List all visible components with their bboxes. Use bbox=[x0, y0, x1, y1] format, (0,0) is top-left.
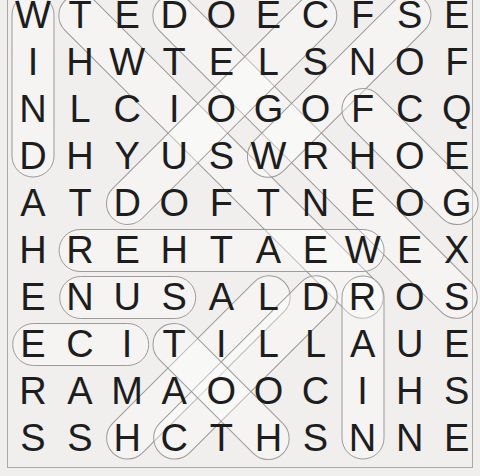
grid-cell-r1c8[interactable]: F bbox=[339, 0, 386, 39]
grid-cell-r10c6[interactable]: H bbox=[245, 415, 292, 462]
grid-cell-r2c1[interactable]: I bbox=[9, 39, 56, 86]
grid-cell-r8c3[interactable]: I bbox=[104, 321, 151, 368]
grid-cell-r5c2[interactable]: T bbox=[56, 180, 103, 227]
grid-cell-r2c10[interactable]: F bbox=[433, 39, 480, 86]
grid-cell-r6c7[interactable]: E bbox=[292, 227, 339, 274]
grid-cell-r9c7[interactable]: C bbox=[292, 368, 339, 415]
grid-cell-r3c9[interactable]: C bbox=[386, 86, 433, 133]
grid-cell-r4c2[interactable]: H bbox=[56, 133, 103, 180]
grid-cell-r5c6[interactable]: T bbox=[245, 180, 292, 227]
grid-cell-r4c5[interactable]: S bbox=[198, 133, 245, 180]
grid-cell-r10c7[interactable]: S bbox=[292, 415, 339, 462]
grid-cell-r3c7[interactable]: O bbox=[292, 86, 339, 133]
grid-cell-r3c4[interactable]: I bbox=[151, 86, 198, 133]
grid-cell-r10c3[interactable]: H bbox=[104, 415, 151, 462]
grid-cell-r9c9[interactable]: H bbox=[386, 368, 433, 415]
grid-cell-r3c1[interactable]: N bbox=[9, 86, 56, 133]
grid-cell-r8c6[interactable]: L bbox=[245, 321, 292, 368]
letter-grid: WTEDOECFSEIHWTELSNOFNLCIOGOFCQDHYUSWRHOE… bbox=[9, 0, 480, 462]
grid-cell-r5c5[interactable]: F bbox=[198, 180, 245, 227]
grid-cell-r7c7[interactable]: D bbox=[292, 274, 339, 321]
grid-cell-r8c1[interactable]: E bbox=[9, 321, 56, 368]
grid-cell-r5c1[interactable]: A bbox=[9, 180, 56, 227]
grid-cell-r2c6[interactable]: L bbox=[245, 39, 292, 86]
grid-cell-r7c10[interactable]: S bbox=[433, 274, 480, 321]
grid-cell-r4c1[interactable]: D bbox=[9, 133, 56, 180]
grid-cell-r10c2[interactable]: S bbox=[56, 415, 103, 462]
grid-cell-r5c3[interactable]: D bbox=[104, 180, 151, 227]
grid-cell-r5c10[interactable]: G bbox=[433, 180, 480, 227]
grid-cell-r9c3[interactable]: M bbox=[104, 368, 151, 415]
grid-cell-r6c10[interactable]: X bbox=[433, 227, 480, 274]
grid-cell-r1c6[interactable]: E bbox=[245, 0, 292, 39]
grid-cell-r3c2[interactable]: L bbox=[56, 86, 103, 133]
grid-cell-r6c9[interactable]: E bbox=[386, 227, 433, 274]
grid-cell-r9c10[interactable]: S bbox=[433, 368, 480, 415]
grid-cell-r6c4[interactable]: H bbox=[151, 227, 198, 274]
grid-cell-r4c7[interactable]: R bbox=[292, 133, 339, 180]
grid-cell-r9c6[interactable]: O bbox=[245, 368, 292, 415]
grid-cell-r7c6[interactable]: L bbox=[245, 274, 292, 321]
grid-cell-r7c5[interactable]: A bbox=[198, 274, 245, 321]
grid-cell-r5c9[interactable]: O bbox=[386, 180, 433, 227]
grid-cell-r1c4[interactable]: D bbox=[151, 0, 198, 39]
grid-cell-r7c9[interactable]: O bbox=[386, 274, 433, 321]
grid-cell-r8c5[interactable]: I bbox=[198, 321, 245, 368]
grid-cell-r4c9[interactable]: O bbox=[386, 133, 433, 180]
grid-cell-r2c2[interactable]: H bbox=[56, 39, 103, 86]
grid-cell-r1c3[interactable]: E bbox=[104, 0, 151, 39]
grid-cell-r6c1[interactable]: H bbox=[9, 227, 56, 274]
grid-cell-r2c3[interactable]: W bbox=[104, 39, 151, 86]
grid-cell-r1c1[interactable]: W bbox=[9, 0, 56, 39]
grid-cell-r8c8[interactable]: A bbox=[339, 321, 386, 368]
grid-cell-r4c3[interactable]: Y bbox=[104, 133, 151, 180]
grid-cell-r10c5[interactable]: T bbox=[198, 415, 245, 462]
grid-cell-r5c7[interactable]: N bbox=[292, 180, 339, 227]
grid-cell-r8c4[interactable]: T bbox=[151, 321, 198, 368]
grid-cell-r5c8[interactable]: E bbox=[339, 180, 386, 227]
grid-cell-r9c1[interactable]: R bbox=[9, 368, 56, 415]
grid-cell-r2c9[interactable]: O bbox=[386, 39, 433, 86]
grid-cell-r3c6[interactable]: G bbox=[245, 86, 292, 133]
grid-cell-r9c8[interactable]: I bbox=[339, 368, 386, 415]
grid-cell-r3c3[interactable]: C bbox=[104, 86, 151, 133]
grid-cell-r6c8[interactable]: W bbox=[339, 227, 386, 274]
grid-cell-r3c8[interactable]: F bbox=[339, 86, 386, 133]
grid-cell-r4c4[interactable]: U bbox=[151, 133, 198, 180]
grid-cell-r4c8[interactable]: H bbox=[339, 133, 386, 180]
grid-cell-r10c8[interactable]: N bbox=[339, 415, 386, 462]
grid-cell-r6c2[interactable]: R bbox=[56, 227, 103, 274]
grid-cell-r10c4[interactable]: C bbox=[151, 415, 198, 462]
grid-cell-r8c10[interactable]: E bbox=[433, 321, 480, 368]
grid-cell-r1c10[interactable]: E bbox=[433, 0, 480, 39]
grid-cell-r1c9[interactable]: S bbox=[386, 0, 433, 39]
grid-cell-r4c6[interactable]: W bbox=[245, 133, 292, 180]
grid-cell-r8c2[interactable]: C bbox=[56, 321, 103, 368]
grid-cell-r2c4[interactable]: T bbox=[151, 39, 198, 86]
grid-cell-r7c8[interactable]: R bbox=[339, 274, 386, 321]
grid-cell-r9c2[interactable]: A bbox=[56, 368, 103, 415]
grid-cell-r9c4[interactable]: A bbox=[151, 368, 198, 415]
grid-cell-r7c2[interactable]: N bbox=[56, 274, 103, 321]
grid-cell-r10c1[interactable]: S bbox=[9, 415, 56, 462]
grid-cell-r1c7[interactable]: C bbox=[292, 0, 339, 39]
grid-cell-r7c4[interactable]: S bbox=[151, 274, 198, 321]
grid-cell-r6c3[interactable]: E bbox=[104, 227, 151, 274]
grid-cell-r5c4[interactable]: O bbox=[151, 180, 198, 227]
grid-cell-r3c10[interactable]: Q bbox=[433, 86, 480, 133]
grid-cell-r6c6[interactable]: A bbox=[245, 227, 292, 274]
grid-cell-r2c8[interactable]: N bbox=[339, 39, 386, 86]
grid-cell-r2c7[interactable]: S bbox=[292, 39, 339, 86]
grid-cell-r1c5[interactable]: O bbox=[198, 0, 245, 39]
grid-cell-r3c5[interactable]: O bbox=[198, 86, 245, 133]
grid-cell-r6c5[interactable]: T bbox=[198, 227, 245, 274]
word-search-board: WTEDOECFSEIHWTELSNOFNLCIOGOFCQDHYUSWRHOE… bbox=[0, 0, 480, 476]
grid-cell-r7c1[interactable]: E bbox=[9, 274, 56, 321]
grid-cell-r10c9[interactable]: N bbox=[386, 415, 433, 462]
grid-cell-r10c10[interactable]: E bbox=[433, 415, 480, 462]
grid-cell-r2c5[interactable]: E bbox=[198, 39, 245, 86]
grid-cell-r9c5[interactable]: O bbox=[198, 368, 245, 415]
grid-cell-r4c10[interactable]: E bbox=[433, 133, 480, 180]
grid-cell-r1c2[interactable]: T bbox=[56, 0, 103, 39]
grid-cell-r7c3[interactable]: U bbox=[104, 274, 151, 321]
grid-cell-r8c9[interactable]: U bbox=[386, 321, 433, 368]
grid-cell-r8c7[interactable]: L bbox=[292, 321, 339, 368]
